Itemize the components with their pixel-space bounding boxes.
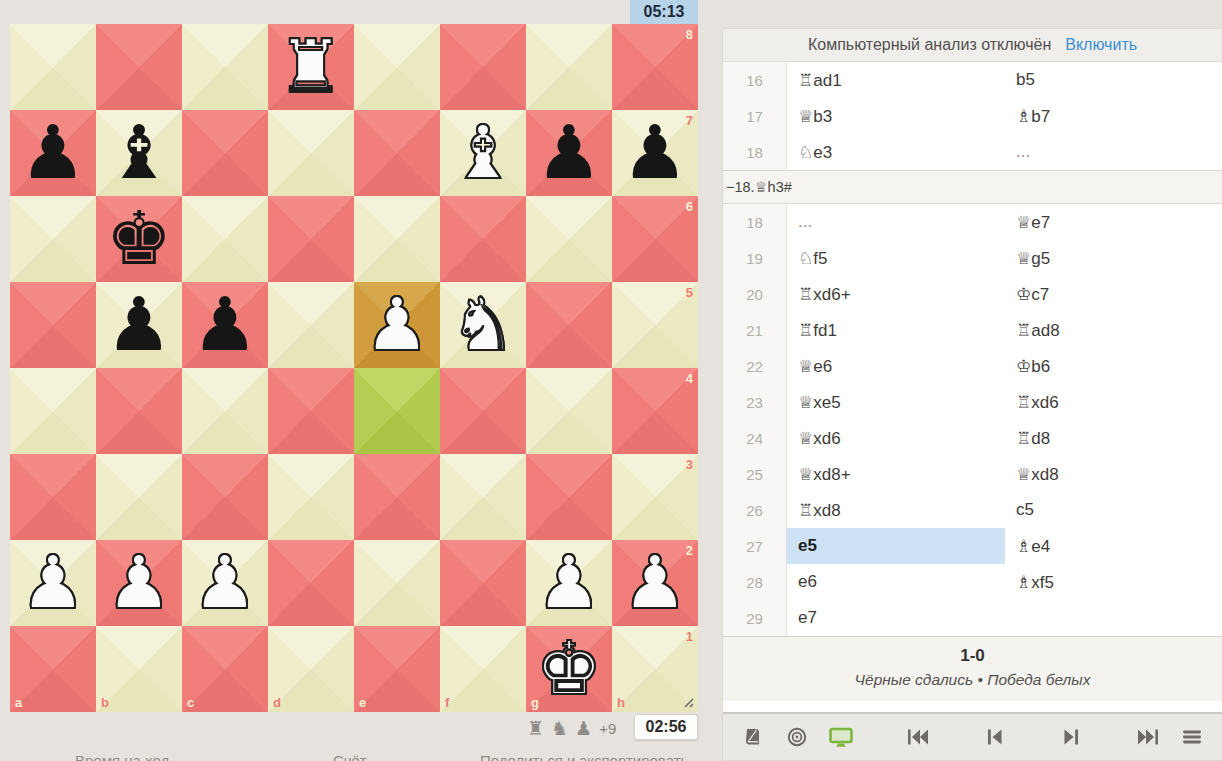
white-move[interactable]: ♕xd6 <box>787 420 1005 456</box>
square-b7[interactable]: ♝ <box>96 110 182 196</box>
black-bishop-b7: ♝ <box>96 110 182 196</box>
move-row-27: 27e5♗e4 <box>723 528 1222 564</box>
square-d3[interactable] <box>268 454 354 540</box>
square-f8[interactable] <box>440 24 526 110</box>
analysis-page: 05:13 ♜8♟♝♝♟♟7♚6♟♟♟♞543♟♟♟♟♟2abcdef♚g1h … <box>0 0 1222 761</box>
square-e7[interactable] <box>354 110 440 196</box>
menu-icon[interactable] <box>1170 719 1214 755</box>
square-c6[interactable] <box>182 196 268 282</box>
computer-analysis-header: Компьютерный анализ отключён Включить <box>723 29 1222 62</box>
file-label-f: f <box>445 695 449 710</box>
move-row-26: 26♖xd8c5 <box>723 492 1222 528</box>
square-e4[interactable] <box>354 368 440 454</box>
square-b6[interactable]: ♚ <box>96 196 182 282</box>
white-pawn-a2: ♟ <box>10 540 96 626</box>
file-label-a: a <box>15 695 22 710</box>
white-move[interactable]: e6 <box>787 564 1005 600</box>
rank-label-6: 6 <box>686 199 693 214</box>
move-number: 23 <box>723 384 787 420</box>
white-move[interactable]: ♖ad1 <box>787 62 1005 98</box>
black-move[interactable]: b5 <box>1005 62 1222 98</box>
square-e5[interactable]: ♟ <box>354 282 440 368</box>
file-label-b: b <box>101 695 109 710</box>
square-c4[interactable] <box>182 368 268 454</box>
square-a6[interactable] <box>10 196 96 282</box>
last-move-icon[interactable] <box>1126 719 1170 755</box>
square-f1[interactable]: f <box>440 626 526 712</box>
move-row-18: 18...♕e7 <box>723 204 1222 240</box>
move-number: 20 <box>723 276 787 312</box>
captured-pieces: ♜ ♞ ♟ +9 <box>527 717 616 739</box>
square-f3[interactable] <box>440 454 526 540</box>
square-h6[interactable]: 6 <box>612 196 698 282</box>
square-c1[interactable]: c <box>182 626 268 712</box>
target-icon[interactable] <box>775 719 819 755</box>
move-number: 29 <box>723 600 787 636</box>
square-h2[interactable]: ♟2 <box>612 540 698 626</box>
square-d4[interactable] <box>268 368 354 454</box>
square-b2[interactable]: ♟ <box>96 540 182 626</box>
black-move[interactable]: ♗xf5 <box>1005 564 1222 600</box>
rank-label-1: 1 <box>686 629 693 644</box>
file-label-g: g <box>531 695 539 710</box>
square-a7[interactable]: ♟ <box>10 110 96 196</box>
white-move[interactable]: ♕xe5 <box>787 384 1005 420</box>
move-row-20: 20♖xd6+♔c7 <box>723 276 1222 312</box>
result-score: 1-0 <box>723 646 1222 666</box>
tab-share-export[interactable]: Поделиться и экспортировать <box>480 752 688 761</box>
square-f6[interactable] <box>440 196 526 282</box>
square-f7[interactable]: ♝ <box>440 110 526 196</box>
white-move[interactable]: ♕b3 <box>787 98 1005 134</box>
rank-label-4: 4 <box>686 371 693 386</box>
square-b5[interactable]: ♟ <box>96 282 182 368</box>
white-move[interactable]: ♘f5 <box>787 240 1005 276</box>
move-row-16: 16♖ad1b5 <box>723 62 1222 98</box>
square-e8[interactable] <box>354 24 440 110</box>
square-d8[interactable]: ♜ <box>268 24 354 110</box>
tab-score[interactable]: Счёт <box>333 752 367 761</box>
white-move[interactable]: ♕xd8+ <box>787 456 1005 492</box>
move-row-21: 21♖fd1♖ad8 <box>723 312 1222 348</box>
black-move[interactable]: ♔b6 <box>1005 348 1222 384</box>
black-move[interactable]: ♕e7 <box>1005 204 1222 240</box>
white-move[interactable]: ♖xd8 <box>787 492 1005 528</box>
square-f5[interactable]: ♞ <box>440 282 526 368</box>
move-row-17: 17♕b3♗b7 <box>723 98 1222 134</box>
white-bishop-f7: ♝ <box>440 110 526 196</box>
white-pawn-c2: ♟ <box>182 540 268 626</box>
black-pawn-b5: ♟ <box>96 282 182 368</box>
chess-board[interactable]: ♜8♟♝♝♟♟7♚6♟♟♟♞543♟♟♟♟♟2abcdef♚g1h <box>10 24 698 712</box>
move-number: 18 <box>723 204 787 240</box>
square-a3[interactable] <box>10 454 96 540</box>
white-move[interactable]: ♖xd6+ <box>787 276 1005 312</box>
square-c5[interactable]: ♟ <box>182 282 268 368</box>
analysis-status-text: Компьютерный анализ отключён <box>808 36 1051 54</box>
rank-label-5: 5 <box>686 285 693 300</box>
move-number: 26 <box>723 492 787 528</box>
move-row-18: 18♘e3... <box>723 134 1222 170</box>
rank-label-7: 7 <box>686 113 693 128</box>
square-h5[interactable]: 5 <box>612 282 698 368</box>
move-row-29: 29e7 <box>723 600 1222 636</box>
move-number: 27 <box>723 528 787 564</box>
next-move-icon[interactable] <box>1049 719 1093 755</box>
rank-label-3: 3 <box>686 457 693 472</box>
square-b4[interactable] <box>96 368 182 454</box>
captured-knight-icon: ♞ <box>551 717 568 739</box>
white-pawn-e5: ♟ <box>354 282 440 368</box>
black-move[interactable]: ♕g5 <box>1005 240 1222 276</box>
move-number: 24 <box>723 420 787 456</box>
black-move[interactable]: ♖ad8 <box>1005 312 1222 348</box>
square-a4[interactable] <box>10 368 96 454</box>
move-number: 28 <box>723 564 787 600</box>
move-list: 16♖ad1b517♕b3♗b718♘e3...−18.♕h3#18...♕e7… <box>723 62 1222 636</box>
white-move[interactable]: ... <box>787 204 1005 240</box>
square-h8[interactable]: 8 <box>612 24 698 110</box>
board-resize-handle[interactable] <box>680 694 696 710</box>
square-a1[interactable]: a <box>10 626 96 712</box>
captured-rook-icon: ♜ <box>527 717 544 739</box>
move-number: 21 <box>723 312 787 348</box>
black-pawn-a7: ♟ <box>10 110 96 196</box>
black-clock: 05:13 <box>630 0 698 24</box>
rank-label-2: 2 <box>686 543 693 558</box>
square-e1[interactable]: e <box>354 626 440 712</box>
black-move[interactable]: ♗b7 <box>1005 98 1222 134</box>
black-king-b6: ♚ <box>96 196 182 282</box>
white-move[interactable]: e5 <box>787 528 1005 564</box>
move-number: 19 <box>723 240 787 276</box>
white-rook-d8: ♜ <box>268 24 354 110</box>
square-e6[interactable] <box>354 196 440 282</box>
black-move[interactable]: c5 <box>1005 492 1222 528</box>
black-move[interactable]: ... <box>1005 134 1222 170</box>
move-row-25: 25♕xd8+♕xd8 <box>723 456 1222 492</box>
move-number: 22 <box>723 348 787 384</box>
square-c3[interactable] <box>182 454 268 540</box>
black-move[interactable]: ♔c7 <box>1005 276 1222 312</box>
black-pawn-c5: ♟ <box>182 282 268 368</box>
move-row-23: 23♕xe5♖xd6 <box>723 384 1222 420</box>
file-label-c: c <box>187 695 194 710</box>
move-row-19: 19♘f5♕g5 <box>723 240 1222 276</box>
square-d1[interactable]: d <box>268 626 354 712</box>
file-label-h: h <box>617 695 625 710</box>
move-row-24: 24♕xd6♖d8 <box>723 420 1222 456</box>
square-g8[interactable] <box>526 24 612 110</box>
square-c2[interactable]: ♟ <box>182 540 268 626</box>
game-result-block: 1-0 Чёрные сдались • Победа белых <box>723 636 1222 701</box>
square-a5[interactable] <box>10 282 96 368</box>
square-h7[interactable]: ♟7 <box>612 110 698 196</box>
material-advantage: +9 <box>599 720 616 737</box>
analysis-toolbar <box>723 712 1222 760</box>
square-g6[interactable] <box>526 196 612 282</box>
captured-pawn-icon: ♟ <box>575 717 592 739</box>
file-label-d: d <box>273 695 281 710</box>
square-b1[interactable]: b <box>96 626 182 712</box>
move-number: 18 <box>723 134 787 170</box>
black-move[interactable]: ♖xd6 <box>1005 384 1222 420</box>
result-reason: Чёрные сдались • Победа белых <box>723 671 1222 689</box>
black-pawn-g7: ♟ <box>526 110 612 196</box>
square-d2[interactable] <box>268 540 354 626</box>
square-b8[interactable] <box>96 24 182 110</box>
square-f2[interactable] <box>440 540 526 626</box>
black-move[interactable]: ♕xd8 <box>1005 456 1222 492</box>
white-move[interactable]: ♖fd1 <box>787 312 1005 348</box>
white-clock: 02:56 <box>634 714 698 740</box>
analysis-panel: Компьютерный анализ отключён Включить 16… <box>722 28 1222 761</box>
square-e3[interactable] <box>354 454 440 540</box>
tab-move-times[interactable]: Время на ход <box>75 752 169 761</box>
rank-label-8: 8 <box>686 27 693 42</box>
square-g7[interactable]: ♟ <box>526 110 612 196</box>
square-e2[interactable] <box>354 540 440 626</box>
square-c8[interactable] <box>182 24 268 110</box>
square-g2[interactable]: ♟ <box>526 540 612 626</box>
analysis-board-icon[interactable] <box>819 719 863 755</box>
move-row-28: 28e6♗xf5 <box>723 564 1222 600</box>
move-number: 16 <box>723 62 787 98</box>
square-h4[interactable]: 4 <box>612 368 698 454</box>
square-d6[interactable] <box>268 196 354 282</box>
square-d5[interactable] <box>268 282 354 368</box>
square-g1[interactable]: ♚g <box>526 626 612 712</box>
white-pawn-b2: ♟ <box>96 540 182 626</box>
square-d7[interactable] <box>268 110 354 196</box>
white-move[interactable]: ♘e3 <box>787 134 1005 170</box>
first-move-icon[interactable] <box>896 719 940 755</box>
black-move[interactable]: ♖d8 <box>1005 420 1222 456</box>
white-pawn-g2: ♟ <box>526 540 612 626</box>
square-c7[interactable] <box>182 110 268 196</box>
white-move[interactable]: ♕e6 <box>787 348 1005 384</box>
square-a8[interactable] <box>10 24 96 110</box>
white-move[interactable]: e7 <box>787 600 1005 636</box>
white-knight-f5: ♞ <box>440 282 526 368</box>
square-b3[interactable] <box>96 454 182 540</box>
black-move[interactable] <box>1005 600 1222 636</box>
square-a2[interactable]: ♟ <box>10 540 96 626</box>
square-g5[interactable] <box>526 282 612 368</box>
black-move[interactable]: ♗e4 <box>1005 528 1222 564</box>
square-f4[interactable] <box>440 368 526 454</box>
move-number: 25 <box>723 456 787 492</box>
file-label-e: e <box>359 695 366 710</box>
enable-analysis-link[interactable]: Включить <box>1065 36 1137 54</box>
square-h3[interactable]: 3 <box>612 454 698 540</box>
previous-move-icon[interactable] <box>973 719 1017 755</box>
square-g4[interactable] <box>526 368 612 454</box>
book-icon[interactable] <box>731 719 775 755</box>
move-number: 17 <box>723 98 787 134</box>
inline-variation[interactable]: −18.♕h3# <box>723 170 1222 204</box>
square-g3[interactable] <box>526 454 612 540</box>
move-row-22: 22♕e6♔b6 <box>723 348 1222 384</box>
